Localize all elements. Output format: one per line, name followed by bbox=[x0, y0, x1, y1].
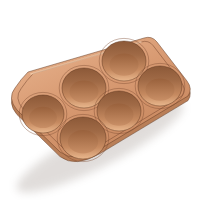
cup-floor bbox=[104, 103, 133, 125]
cup-floor bbox=[145, 78, 174, 100]
muffin-cup-5 bbox=[19, 92, 67, 135]
cup-floor bbox=[68, 130, 98, 154]
muffin-cup-2 bbox=[135, 63, 185, 108]
cup-floor bbox=[109, 53, 138, 75]
muffin-cup-6 bbox=[57, 114, 109, 161]
muffin-pan-illustration bbox=[0, 0, 200, 200]
cup-floor bbox=[29, 107, 57, 128]
cup-floor bbox=[69, 80, 98, 102]
product-photo bbox=[0, 0, 200, 200]
